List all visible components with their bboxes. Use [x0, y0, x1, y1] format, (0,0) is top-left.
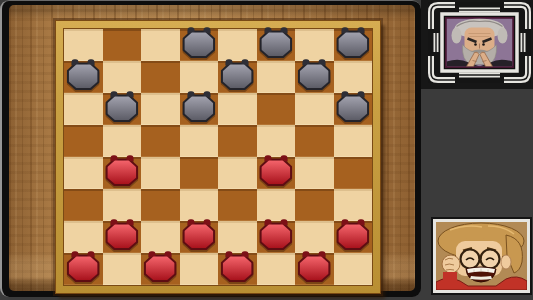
checker-red[interactable] — [221, 254, 254, 282]
board-square[interactable] — [180, 157, 219, 189]
board-square[interactable] — [180, 61, 219, 93]
board-square[interactable] — [180, 221, 219, 253]
board-square[interactable] — [257, 29, 296, 61]
board-square[interactable] — [334, 253, 373, 285]
board-square[interactable] — [334, 29, 373, 61]
board-square[interactable] — [103, 221, 142, 253]
board-square[interactable] — [334, 61, 373, 93]
board-square[interactable] — [334, 157, 373, 189]
checker-red[interactable] — [144, 254, 177, 282]
board-square[interactable] — [218, 93, 257, 125]
board-square[interactable] — [103, 253, 142, 285]
board-square[interactable] — [180, 189, 219, 221]
board-square[interactable] — [218, 61, 257, 93]
board-square[interactable] — [334, 125, 373, 157]
board-square[interactable] — [180, 93, 219, 125]
checker-black[interactable] — [298, 62, 331, 90]
board-square[interactable] — [64, 125, 103, 157]
board-square[interactable] — [141, 61, 180, 93]
board-square[interactable] — [295, 125, 334, 157]
board-square[interactable] — [295, 221, 334, 253]
board-square[interactable] — [141, 189, 180, 221]
opponent-avatar-icon — [447, 19, 513, 67]
board-square[interactable] — [103, 61, 142, 93]
board-square[interactable] — [257, 221, 296, 253]
board-square[interactable] — [103, 189, 142, 221]
checker-red[interactable] — [105, 222, 138, 250]
board-square[interactable] — [141, 29, 180, 61]
board-square[interactable] — [295, 61, 334, 93]
board-square[interactable] — [218, 157, 257, 189]
opponent-portrait — [428, 2, 531, 83]
board-square[interactable] — [103, 125, 142, 157]
side-panel — [421, 0, 533, 300]
board-square[interactable] — [257, 61, 296, 93]
board-square[interactable] — [257, 253, 296, 285]
board-square[interactable] — [103, 157, 142, 189]
board-square[interactable] — [295, 253, 334, 285]
player-avatar-icon — [436, 222, 527, 290]
board-square[interactable] — [141, 157, 180, 189]
board-square[interactable] — [103, 29, 142, 61]
board-panel — [0, 0, 421, 297]
board-square[interactable] — [218, 29, 257, 61]
checkers-board — [64, 29, 372, 285]
checker-black[interactable] — [221, 62, 254, 90]
board-square[interactable] — [180, 29, 219, 61]
checker-black[interactable] — [67, 62, 100, 90]
board-square[interactable] — [64, 253, 103, 285]
board-square[interactable] — [141, 93, 180, 125]
board-square[interactable] — [218, 189, 257, 221]
checker-red[interactable] — [105, 158, 138, 186]
board-square[interactable] — [180, 125, 219, 157]
board-square[interactable] — [218, 221, 257, 253]
board-square[interactable] — [257, 125, 296, 157]
board-square[interactable] — [295, 93, 334, 125]
board-square[interactable] — [295, 29, 334, 61]
board-square[interactable] — [295, 189, 334, 221]
board-square[interactable] — [218, 253, 257, 285]
board-square[interactable] — [64, 93, 103, 125]
board-square[interactable] — [218, 125, 257, 157]
checker-red[interactable] — [259, 158, 292, 186]
checker-black[interactable] — [336, 30, 369, 58]
checker-black[interactable] — [182, 94, 215, 122]
player-portrait — [433, 219, 530, 293]
board-square[interactable] — [141, 221, 180, 253]
checker-red[interactable] — [259, 222, 292, 250]
checker-red[interactable] — [67, 254, 100, 282]
board-square[interactable] — [295, 157, 334, 189]
checker-red[interactable] — [182, 222, 215, 250]
board-square[interactable] — [334, 189, 373, 221]
board-square[interactable] — [334, 221, 373, 253]
board-square[interactable] — [141, 125, 180, 157]
board-square[interactable] — [64, 189, 103, 221]
checker-red[interactable] — [336, 222, 369, 250]
board-square[interactable] — [257, 189, 296, 221]
checker-black[interactable] — [182, 30, 215, 58]
checker-black[interactable] — [259, 30, 292, 58]
board-square[interactable] — [334, 93, 373, 125]
board-square[interactable] — [141, 253, 180, 285]
board-square[interactable] — [257, 157, 296, 189]
board-square[interactable] — [64, 61, 103, 93]
game-screen — [0, 0, 533, 300]
board-square[interactable] — [103, 93, 142, 125]
board-square[interactable] — [64, 221, 103, 253]
checker-black[interactable] — [336, 94, 369, 122]
board-square[interactable] — [64, 157, 103, 189]
active-player-frame — [428, 2, 531, 83]
board-square[interactable] — [257, 93, 296, 125]
board-square[interactable] — [180, 253, 219, 285]
board-square[interactable] — [64, 29, 103, 61]
board-frame — [55, 20, 381, 294]
checker-black[interactable] — [105, 94, 138, 122]
checker-red[interactable] — [298, 254, 331, 282]
